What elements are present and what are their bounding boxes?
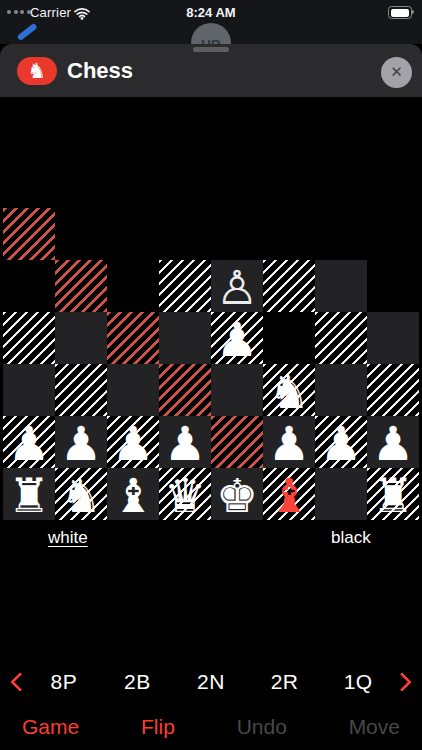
square-a6[interactable]: [3, 208, 55, 260]
white-queen-d1: ♛: [159, 468, 211, 520]
tab-black-side[interactable]: black: [331, 528, 371, 548]
square-f7: [263, 156, 315, 208]
white-king-e1: ♚: [211, 468, 263, 520]
square-a5: [3, 260, 55, 312]
white-pawn-c2: ♟: [107, 416, 159, 468]
square-e8: [211, 104, 263, 156]
square-c8: [107, 104, 159, 156]
square-a1[interactable]: ♜: [3, 468, 55, 520]
close-button[interactable]: ✕: [381, 57, 412, 88]
square-c4[interactable]: [107, 312, 159, 364]
tray-count-2B: 2B: [101, 670, 175, 694]
white-pawn-d2: ♟: [159, 416, 211, 468]
square-c5: [107, 260, 159, 312]
square-e2[interactable]: [211, 416, 263, 468]
white-rook-a1: ♜: [3, 468, 55, 520]
square-e3[interactable]: [211, 364, 263, 416]
square-d3[interactable]: [159, 364, 211, 416]
square-e6: [211, 208, 263, 260]
square-d2[interactable]: ♟: [159, 416, 211, 468]
tray-items: 8P2B2N2R1Q: [27, 670, 395, 694]
white-pawn-h2: ♟: [367, 416, 419, 468]
square-h4[interactable]: [367, 312, 419, 364]
selected-red-bishop-f1: ♝: [263, 468, 315, 520]
square-f1[interactable]: ♝: [263, 468, 315, 520]
tray-next-chevron-icon[interactable]: [392, 672, 412, 692]
action-bar: GameFlipUndoMove: [22, 713, 400, 741]
undo-button[interactable]: Undo: [237, 715, 287, 739]
square-b7: [55, 156, 107, 208]
square-e5[interactable]: ♙: [211, 260, 263, 312]
square-d1[interactable]: ♛: [159, 468, 211, 520]
square-d7: [159, 156, 211, 208]
square-d8: [159, 104, 211, 156]
square-f5[interactable]: [263, 260, 315, 312]
chess-app-icon: ♞: [17, 57, 57, 85]
battery-icon: [388, 6, 415, 18]
square-a2[interactable]: ♟: [3, 416, 55, 468]
square-g1[interactable]: [315, 468, 367, 520]
square-g4[interactable]: [315, 312, 367, 364]
chess-app-sheet: ♞ Chess ✕ ♙♟♞♟♟♟♟♟♟♟♜♞♝♛♚♝♜ white black …: [0, 44, 422, 750]
white-pawn-e4: ♟: [211, 312, 263, 364]
square-g3[interactable]: [315, 364, 367, 416]
white-bishop-c1: ♝: [107, 468, 159, 520]
square-d4[interactable]: [159, 312, 211, 364]
sheet-grab-handle[interactable]: [193, 47, 229, 52]
square-b3[interactable]: [55, 364, 107, 416]
square-g8: [315, 104, 367, 156]
square-e1[interactable]: ♚: [211, 468, 263, 520]
square-h5: [367, 260, 419, 312]
square-c1[interactable]: ♝: [107, 468, 159, 520]
square-h1[interactable]: ♜: [367, 468, 419, 520]
square-h3[interactable]: [367, 364, 419, 416]
square-f6: [263, 208, 315, 260]
chess-board: ♙♟♞♟♟♟♟♟♟♟♜♞♝♛♚♝♜: [3, 104, 419, 520]
move-button[interactable]: Move: [349, 715, 400, 739]
square-b2[interactable]: ♟: [55, 416, 107, 468]
square-g7: [315, 156, 367, 208]
square-b6: [55, 208, 107, 260]
flip-button[interactable]: Flip: [141, 715, 175, 739]
square-f4: [263, 312, 315, 364]
square-c6: [107, 208, 159, 260]
square-d6: [159, 208, 211, 260]
tray-count-2R: 2R: [248, 670, 322, 694]
square-f2[interactable]: ♟: [263, 416, 315, 468]
white-rook-h1: ♜: [367, 468, 419, 520]
square-g5[interactable]: [315, 260, 367, 312]
screen: Carrier 8:24 AM HB ♞ Chess ✕ ♙♟♞♟♟♟♟♟♟♟♜…: [0, 0, 422, 750]
square-a7: [3, 156, 55, 208]
white-knight-b1: ♞: [55, 468, 107, 520]
captured-piece-tray: 8P2B2N2R1Q: [0, 665, 422, 699]
game-button[interactable]: Game: [22, 715, 79, 739]
square-b4[interactable]: [55, 312, 107, 364]
square-a3[interactable]: [3, 364, 55, 416]
square-g6: [315, 208, 367, 260]
tray-count-1Q: 1Q: [321, 670, 395, 694]
square-a4[interactable]: [3, 312, 55, 364]
white-pawn-g2: ♟: [315, 416, 367, 468]
tray-count-8P: 8P: [27, 670, 101, 694]
square-e4[interactable]: ♟: [211, 312, 263, 364]
square-c3[interactable]: [107, 364, 159, 416]
square-h6: [367, 208, 419, 260]
white-pawn-a2: ♟: [3, 416, 55, 468]
square-h8: [367, 104, 419, 156]
white-pawn-b2: ♟: [55, 416, 107, 468]
square-f3[interactable]: ♞: [263, 364, 315, 416]
white-pawn-f2: ♟: [263, 416, 315, 468]
square-c7: [107, 156, 159, 208]
tab-white-side[interactable]: white: [48, 528, 88, 548]
square-b1[interactable]: ♞: [55, 468, 107, 520]
square-f8: [263, 104, 315, 156]
black-pawn-e5: ♙: [211, 260, 263, 312]
square-b8: [55, 104, 107, 156]
square-d5[interactable]: [159, 260, 211, 312]
square-h7: [367, 156, 419, 208]
square-b5[interactable]: [55, 260, 107, 312]
square-c2[interactable]: ♟: [107, 416, 159, 468]
app-title: Chess: [67, 57, 133, 85]
white-knight-f3: ♞: [263, 364, 315, 416]
square-g2[interactable]: ♟: [315, 416, 367, 468]
tray-count-2N: 2N: [174, 670, 248, 694]
square-h2[interactable]: ♟: [367, 416, 419, 468]
clock-label: 8:24 AM: [0, 5, 422, 20]
square-e7: [211, 156, 263, 208]
square-a8: [3, 104, 55, 156]
sheet-header: ♞ Chess ✕: [0, 44, 422, 97]
